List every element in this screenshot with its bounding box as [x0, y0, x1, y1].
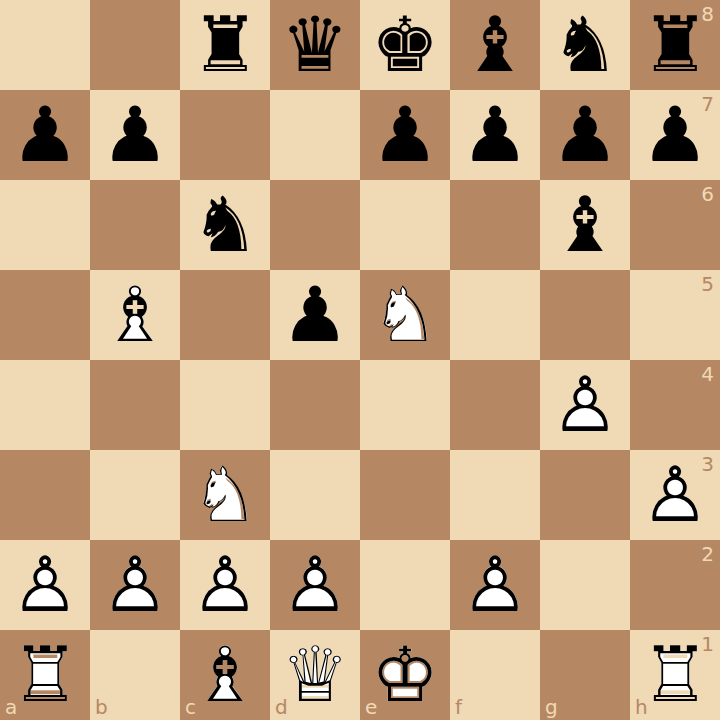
square-d5[interactable]: ♟ — [270, 270, 360, 360]
square-b8[interactable] — [90, 0, 180, 90]
white-knight[interactable]: ♞♘ — [360, 270, 450, 360]
square-h3[interactable]: ♟♙3 — [630, 450, 720, 540]
file-label-a: a — [5, 697, 17, 717]
square-g6[interactable]: ♝ — [540, 180, 630, 270]
square-e8[interactable]: ♚ — [360, 0, 450, 90]
square-e3[interactable] — [360, 450, 450, 540]
piece-body: ♞ — [180, 180, 270, 270]
black-bishop[interactable]: ♝ — [540, 180, 630, 270]
piece-body: ♛ — [270, 0, 360, 90]
file-label-d: d — [275, 697, 288, 717]
square-g4[interactable]: ♟♙ — [540, 360, 630, 450]
piece-outline: ♙ — [270, 540, 360, 630]
piece-body: ♟ — [360, 90, 450, 180]
piece-outline: ♙ — [0, 540, 90, 630]
square-a3[interactable] — [0, 450, 90, 540]
piece-body: ♟ — [90, 90, 180, 180]
square-h7[interactable]: ♟7 — [630, 90, 720, 180]
square-f8[interactable]: ♝ — [450, 0, 540, 90]
rank-label-7: 7 — [701, 94, 714, 114]
white-knight[interactable]: ♞♘ — [180, 450, 270, 540]
square-f1[interactable]: f — [450, 630, 540, 720]
square-e1[interactable]: ♚♔e — [360, 630, 450, 720]
rank-label-3: 3 — [701, 454, 714, 474]
square-b7[interactable]: ♟ — [90, 90, 180, 180]
square-d1[interactable]: ♛♕d — [270, 630, 360, 720]
white-bishop[interactable]: ♝♗ — [90, 270, 180, 360]
square-d4[interactable] — [270, 360, 360, 450]
square-f2[interactable]: ♟♙ — [450, 540, 540, 630]
square-d8[interactable]: ♛ — [270, 0, 360, 90]
square-f4[interactable] — [450, 360, 540, 450]
square-c2[interactable]: ♟♙ — [180, 540, 270, 630]
square-b6[interactable] — [90, 180, 180, 270]
white-pawn[interactable]: ♟♙ — [270, 540, 360, 630]
square-a5[interactable] — [0, 270, 90, 360]
rank-label-8: 8 — [701, 4, 714, 24]
piece-body: ♝ — [540, 180, 630, 270]
square-g7[interactable]: ♟ — [540, 90, 630, 180]
square-b3[interactable] — [90, 450, 180, 540]
square-a4[interactable] — [0, 360, 90, 450]
square-e4[interactable] — [360, 360, 450, 450]
piece-outline: ♙ — [450, 540, 540, 630]
square-c7[interactable] — [180, 90, 270, 180]
file-label-c: c — [185, 697, 196, 717]
square-b1[interactable]: b — [90, 630, 180, 720]
square-f3[interactable] — [450, 450, 540, 540]
square-c8[interactable]: ♜ — [180, 0, 270, 90]
rank-label-1: 1 — [701, 634, 714, 654]
square-c5[interactable] — [180, 270, 270, 360]
rank-label-2: 2 — [701, 544, 714, 564]
chess-board: ♜♛♚♝♞♜8♟♟♟♟♟♟7♞♝6♝♗♟♞♘5♟♙4♞♘♟♙3♟♙♟♙♟♙♟♙♟… — [0, 0, 720, 720]
piece-outline: ♙ — [180, 540, 270, 630]
square-e2[interactable] — [360, 540, 450, 630]
piece-body: ♟ — [540, 90, 630, 180]
piece-body: ♜ — [180, 0, 270, 90]
black-pawn[interactable]: ♟ — [0, 90, 90, 180]
square-g2[interactable] — [540, 540, 630, 630]
black-pawn[interactable]: ♟ — [270, 270, 360, 360]
square-c4[interactable] — [180, 360, 270, 450]
square-a8[interactable] — [0, 0, 90, 90]
square-b4[interactable] — [90, 360, 180, 450]
file-label-e: e — [365, 697, 377, 717]
piece-body: ♟ — [0, 90, 90, 180]
square-d7[interactable] — [270, 90, 360, 180]
file-label-b: b — [95, 697, 108, 717]
black-king[interactable]: ♚ — [360, 0, 450, 90]
white-pawn[interactable]: ♟♙ — [450, 540, 540, 630]
square-h6[interactable]: 6 — [630, 180, 720, 270]
square-c3[interactable]: ♞♘ — [180, 450, 270, 540]
piece-outline: ♙ — [90, 540, 180, 630]
square-h1[interactable]: ♜♖1h — [630, 630, 720, 720]
file-label-h: h — [635, 697, 648, 717]
square-d6[interactable] — [270, 180, 360, 270]
square-e6[interactable] — [360, 180, 450, 270]
piece-outline: ♙ — [540, 360, 630, 450]
square-g5[interactable] — [540, 270, 630, 360]
black-rook[interactable]: ♜ — [180, 0, 270, 90]
black-pawn[interactable]: ♟ — [360, 90, 450, 180]
white-pawn[interactable]: ♟♙ — [90, 540, 180, 630]
square-f5[interactable] — [450, 270, 540, 360]
square-g8[interactable]: ♞ — [540, 0, 630, 90]
square-a6[interactable] — [0, 180, 90, 270]
square-g1[interactable]: g — [540, 630, 630, 720]
square-c6[interactable]: ♞ — [180, 180, 270, 270]
piece-outline: ♘ — [180, 450, 270, 540]
black-bishop[interactable]: ♝ — [450, 0, 540, 90]
file-label-g: g — [545, 697, 558, 717]
square-c1[interactable]: ♝♗c — [180, 630, 270, 720]
square-a7[interactable]: ♟ — [0, 90, 90, 180]
square-d2[interactable]: ♟♙ — [270, 540, 360, 630]
square-d3[interactable] — [270, 450, 360, 540]
square-e7[interactable]: ♟ — [360, 90, 450, 180]
rank-label-6: 6 — [701, 184, 714, 204]
rank-label-5: 5 — [701, 274, 714, 294]
black-pawn[interactable]: ♟ — [90, 90, 180, 180]
black-knight[interactable]: ♞ — [540, 0, 630, 90]
black-queen[interactable]: ♛ — [270, 0, 360, 90]
square-f7[interactable]: ♟ — [450, 90, 540, 180]
square-g3[interactable] — [540, 450, 630, 540]
square-h2[interactable]: 2 — [630, 540, 720, 630]
file-label-f: f — [455, 697, 462, 717]
square-h5[interactable]: 5 — [630, 270, 720, 360]
black-pawn[interactable]: ♟ — [450, 90, 540, 180]
square-a1[interactable]: ♜♖a — [0, 630, 90, 720]
rank-label-4: 4 — [701, 364, 714, 384]
white-pawn[interactable]: ♟♙ — [180, 540, 270, 630]
square-a2[interactable]: ♟♙ — [0, 540, 90, 630]
piece-outline: ♘ — [360, 270, 450, 360]
piece-body: ♝ — [450, 0, 540, 90]
piece-body: ♞ — [540, 0, 630, 90]
square-h8[interactable]: ♜8 — [630, 0, 720, 90]
square-f6[interactable] — [450, 180, 540, 270]
square-e5[interactable]: ♞♘ — [360, 270, 450, 360]
piece-body: ♟ — [450, 90, 540, 180]
white-pawn[interactable]: ♟♙ — [0, 540, 90, 630]
black-pawn[interactable]: ♟ — [540, 90, 630, 180]
piece-body: ♟ — [270, 270, 360, 360]
black-knight[interactable]: ♞ — [180, 180, 270, 270]
square-h4[interactable]: 4 — [630, 360, 720, 450]
square-b2[interactable]: ♟♙ — [90, 540, 180, 630]
piece-outline: ♗ — [90, 270, 180, 360]
white-pawn[interactable]: ♟♙ — [540, 360, 630, 450]
square-b5[interactable]: ♝♗ — [90, 270, 180, 360]
piece-body: ♚ — [360, 0, 450, 90]
